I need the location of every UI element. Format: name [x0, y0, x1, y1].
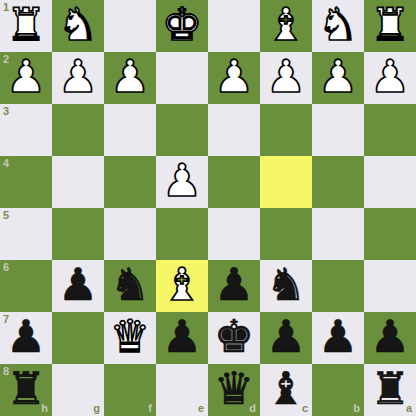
square-e8[interactable]: e: [156, 364, 208, 416]
square-b5[interactable]: [312, 208, 364, 260]
square-b7[interactable]: ♟: [312, 312, 364, 364]
piece-black-pawn[interactable]: ♟: [364, 310, 416, 362]
piece-white-pawn[interactable]: ♟: [260, 50, 312, 102]
square-a4[interactable]: [364, 156, 416, 208]
rank-label-7: 7: [3, 314, 9, 325]
piece-black-king[interactable]: ♚: [208, 310, 260, 362]
square-g2[interactable]: ♟: [52, 52, 104, 104]
square-h7[interactable]: ♟7: [0, 312, 52, 364]
square-h6[interactable]: 6: [0, 260, 52, 312]
rank-label-2: 2: [3, 54, 9, 65]
square-a8[interactable]: ♜a: [364, 364, 416, 416]
square-a5[interactable]: [364, 208, 416, 260]
piece-white-knight[interactable]: ♞: [312, 0, 364, 50]
square-a3[interactable]: [364, 104, 416, 156]
square-f6[interactable]: ♞: [104, 260, 156, 312]
square-b3[interactable]: [312, 104, 364, 156]
chess-board: ♜1♞♚♝♞♜♟2♟♟♟♟♟♟34♟56♟♞♝♟♞♟7♛♟♚♟♟♟♜8hgfe♛…: [0, 0, 416, 416]
rank-label-3: 3: [3, 106, 9, 117]
file-label-d: d: [249, 403, 256, 414]
square-d7[interactable]: ♚: [208, 312, 260, 364]
piece-black-pawn[interactable]: ♟: [208, 258, 260, 310]
square-e5[interactable]: [156, 208, 208, 260]
square-g1[interactable]: ♞: [52, 0, 104, 52]
square-d5[interactable]: [208, 208, 260, 260]
square-c1[interactable]: ♝: [260, 0, 312, 52]
square-a7[interactable]: ♟: [364, 312, 416, 364]
square-g5[interactable]: [52, 208, 104, 260]
square-d3[interactable]: [208, 104, 260, 156]
square-h5[interactable]: 5: [0, 208, 52, 260]
square-e1[interactable]: ♚: [156, 0, 208, 52]
square-g8[interactable]: g: [52, 364, 104, 416]
square-f5[interactable]: [104, 208, 156, 260]
square-b2[interactable]: ♟: [312, 52, 364, 104]
square-d2[interactable]: ♟: [208, 52, 260, 104]
rank-label-8: 8: [3, 366, 9, 377]
square-f7[interactable]: ♛: [104, 312, 156, 364]
rank-label-6: 6: [3, 262, 9, 273]
file-label-e: e: [198, 403, 204, 414]
square-b4[interactable]: [312, 156, 364, 208]
square-e2[interactable]: [156, 52, 208, 104]
square-g7[interactable]: [52, 312, 104, 364]
square-f2[interactable]: ♟: [104, 52, 156, 104]
piece-white-knight[interactable]: ♞: [52, 0, 104, 50]
square-c7[interactable]: ♟: [260, 312, 312, 364]
square-b8[interactable]: b: [312, 364, 364, 416]
square-h3[interactable]: 3: [0, 104, 52, 156]
piece-white-bishop[interactable]: ♝: [156, 258, 208, 310]
square-f1[interactable]: [104, 0, 156, 52]
square-c3[interactable]: [260, 104, 312, 156]
piece-white-rook[interactable]: ♜: [364, 0, 416, 50]
file-label-c: c: [302, 403, 308, 414]
file-label-b: b: [353, 403, 360, 414]
piece-white-king[interactable]: ♚: [156, 0, 208, 50]
piece-white-pawn[interactable]: ♟: [52, 50, 104, 102]
square-d6[interactable]: ♟: [208, 260, 260, 312]
square-d8[interactable]: ♛d: [208, 364, 260, 416]
square-e7[interactable]: ♟: [156, 312, 208, 364]
square-c2[interactable]: ♟: [260, 52, 312, 104]
square-e3[interactable]: [156, 104, 208, 156]
square-f8[interactable]: f: [104, 364, 156, 416]
square-g3[interactable]: [52, 104, 104, 156]
rank-label-4: 4: [3, 158, 9, 169]
piece-white-pawn[interactable]: ♟: [104, 50, 156, 102]
square-g4[interactable]: [52, 156, 104, 208]
square-b1[interactable]: ♞: [312, 0, 364, 52]
piece-black-knight[interactable]: ♞: [260, 258, 312, 310]
piece-white-pawn[interactable]: ♟: [364, 50, 416, 102]
square-a1[interactable]: ♜: [364, 0, 416, 52]
square-a6[interactable]: [364, 260, 416, 312]
file-label-g: g: [93, 403, 100, 414]
piece-black-knight[interactable]: ♞: [104, 258, 156, 310]
piece-white-pawn[interactable]: ♟: [156, 154, 208, 206]
file-label-h: h: [41, 403, 48, 414]
square-e6[interactable]: ♝: [156, 260, 208, 312]
piece-white-bishop[interactable]: ♝: [260, 0, 312, 50]
piece-black-pawn[interactable]: ♟: [156, 310, 208, 362]
piece-black-pawn[interactable]: ♟: [312, 310, 364, 362]
square-g6[interactable]: ♟: [52, 260, 104, 312]
file-label-a: a: [406, 403, 412, 414]
piece-black-pawn[interactable]: ♟: [260, 310, 312, 362]
square-a2[interactable]: ♟: [364, 52, 416, 104]
square-b6[interactable]: [312, 260, 364, 312]
square-e4[interactable]: ♟: [156, 156, 208, 208]
square-c4[interactable]: [260, 156, 312, 208]
square-d4[interactable]: [208, 156, 260, 208]
piece-black-pawn[interactable]: ♟: [52, 258, 104, 310]
rank-label-5: 5: [3, 210, 9, 221]
piece-white-pawn[interactable]: ♟: [312, 50, 364, 102]
square-h2[interactable]: ♟2: [0, 52, 52, 104]
square-f4[interactable]: [104, 156, 156, 208]
square-h8[interactable]: ♜8h: [0, 364, 52, 416]
rank-label-1: 1: [3, 2, 9, 13]
square-c8[interactable]: ♝c: [260, 364, 312, 416]
square-h4[interactable]: 4: [0, 156, 52, 208]
square-d1[interactable]: [208, 0, 260, 52]
square-h1[interactable]: ♜1: [0, 0, 52, 52]
square-f3[interactable]: [104, 104, 156, 156]
square-c6[interactable]: ♞: [260, 260, 312, 312]
square-c5[interactable]: [260, 208, 312, 260]
piece-white-pawn[interactable]: ♟: [208, 50, 260, 102]
file-label-f: f: [148, 403, 152, 414]
piece-white-queen[interactable]: ♛: [104, 310, 156, 362]
